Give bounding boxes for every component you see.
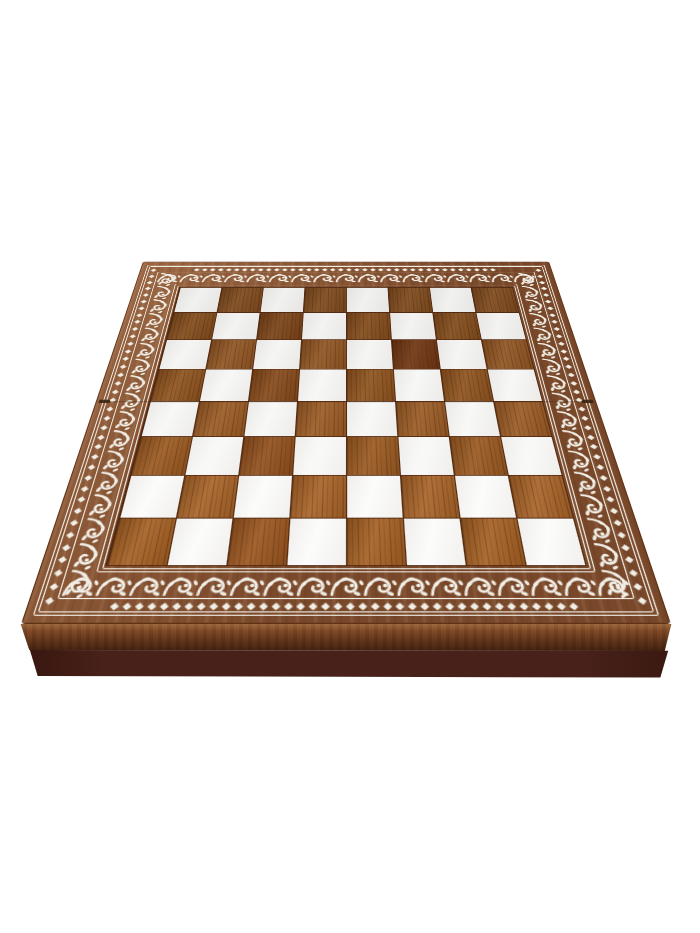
square-e5[interactable] xyxy=(346,369,394,400)
square-b4[interactable] xyxy=(193,401,248,435)
square-e3[interactable] xyxy=(347,437,400,475)
square-e7[interactable] xyxy=(346,313,390,340)
square-d4[interactable] xyxy=(295,401,345,435)
square-e8[interactable] xyxy=(346,287,388,312)
square-c8[interactable] xyxy=(260,287,304,312)
square-e6[interactable] xyxy=(346,340,392,369)
square-e2[interactable] xyxy=(347,475,403,517)
square-f3[interactable] xyxy=(398,437,453,475)
square-g8[interactable] xyxy=(429,287,475,312)
square-b6[interactable] xyxy=(206,340,256,369)
square-g1[interactable] xyxy=(460,518,525,565)
square-d7[interactable] xyxy=(302,313,346,340)
square-g7[interactable] xyxy=(433,313,481,340)
square-c4[interactable] xyxy=(244,401,297,435)
square-h5[interactable] xyxy=(487,369,541,400)
square-f2[interactable] xyxy=(400,475,458,517)
square-g5[interactable] xyxy=(440,369,492,400)
square-a3[interactable] xyxy=(131,437,191,475)
square-c6[interactable] xyxy=(253,340,301,369)
square-a4[interactable] xyxy=(141,401,198,435)
square-b2[interactable] xyxy=(177,475,238,517)
square-b5[interactable] xyxy=(200,369,252,400)
floral-inlay-band-top xyxy=(157,273,537,283)
square-c3[interactable] xyxy=(239,437,294,475)
square-h7[interactable] xyxy=(476,313,525,340)
chess-board-top: ◆◆◆◆◆◆◆◆◆◆◆◆◆◆◆◆◆◆◆◆◆◆◆◆◆◆◆◆◆◆◆◆◆◆◆◆◆◆ ◆… xyxy=(21,262,671,624)
square-c1[interactable] xyxy=(227,518,289,565)
square-a5[interactable] xyxy=(151,369,205,400)
square-b8[interactable] xyxy=(217,287,263,312)
square-g6[interactable] xyxy=(436,340,486,369)
square-h3[interactable] xyxy=(501,437,561,475)
square-a2[interactable] xyxy=(120,475,184,517)
floral-inlay-band-bottom xyxy=(61,575,633,598)
square-g4[interactable] xyxy=(445,401,500,435)
square-e4[interactable] xyxy=(347,401,397,435)
square-h6[interactable] xyxy=(481,340,533,369)
square-c2[interactable] xyxy=(233,475,291,517)
square-g2[interactable] xyxy=(454,475,515,517)
hinge-mark-right xyxy=(582,400,594,403)
square-b1[interactable] xyxy=(167,518,232,565)
square-h8[interactable] xyxy=(471,287,518,312)
square-f1[interactable] xyxy=(403,518,465,565)
square-d3[interactable] xyxy=(293,437,346,475)
product-photo: ◆◆◆◆◆◆◆◆◆◆◆◆◆◆◆◆◆◆◆◆◆◆◆◆◆◆◆◆◆◆◆◆◆◆◆◆◆◆ ◆… xyxy=(0,0,700,933)
square-c5[interactable] xyxy=(249,369,299,400)
square-f7[interactable] xyxy=(390,313,436,340)
diamond-inlay-band-bottom: ◆◆◆◆◆◆◆◆◆◆◆◆◆◆◆◆◆◆◆◆◆◆◆◆◆◆◆◆◆◆◆◆◆◆◆◆◆◆ xyxy=(42,600,650,611)
hinge-mark-left xyxy=(98,400,110,403)
square-g3[interactable] xyxy=(449,437,507,475)
square-h4[interactable] xyxy=(494,401,551,435)
square-f5[interactable] xyxy=(393,369,443,400)
square-f4[interactable] xyxy=(396,401,449,435)
diamond-inlay-band-top: ◆◆◆◆◆◆◆◆◆◆◆◆◆◆◆◆◆◆◆◆◆◆◆◆◆◆◆◆◆◆◆◆◆◆◆◆◆◆ xyxy=(150,267,541,272)
square-d5[interactable] xyxy=(298,369,346,400)
square-b7[interactable] xyxy=(212,313,260,340)
square-h2[interactable] xyxy=(508,475,572,517)
square-b3[interactable] xyxy=(185,437,243,475)
square-d1[interactable] xyxy=(287,518,346,565)
square-f6[interactable] xyxy=(391,340,439,369)
board-squares xyxy=(105,287,587,566)
square-c7[interactable] xyxy=(257,313,303,340)
square-d8[interactable] xyxy=(303,287,345,312)
square-a6[interactable] xyxy=(159,340,211,369)
square-d6[interactable] xyxy=(300,340,346,369)
square-f8[interactable] xyxy=(388,287,432,312)
square-h1[interactable] xyxy=(517,518,585,565)
square-a8[interactable] xyxy=(174,287,221,312)
square-a7[interactable] xyxy=(167,313,216,340)
square-e1[interactable] xyxy=(347,518,406,565)
square-a1[interactable] xyxy=(107,518,175,565)
square-d2[interactable] xyxy=(290,475,346,517)
